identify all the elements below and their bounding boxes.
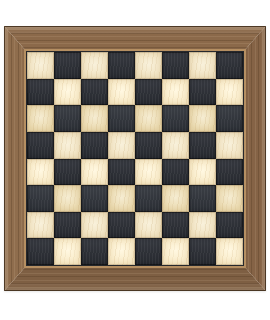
square-h2 — [216, 212, 243, 239]
board-frame-left — [4, 26, 27, 291]
square-b4 — [54, 159, 81, 186]
board-frame-top — [4, 26, 266, 52]
board-frame-bottom — [4, 265, 266, 291]
square-d4 — [108, 159, 135, 186]
square-f1 — [162, 238, 189, 265]
product-photo — [0, 0, 270, 320]
square-c2 — [81, 212, 108, 239]
square-d2 — [108, 212, 135, 239]
square-f2 — [162, 212, 189, 239]
board-squares — [27, 52, 243, 265]
square-h8 — [216, 52, 243, 79]
square-h5 — [216, 132, 243, 159]
square-c3 — [81, 185, 108, 212]
square-c5 — [81, 132, 108, 159]
square-d8 — [108, 52, 135, 79]
square-a5 — [27, 132, 54, 159]
square-e7 — [135, 79, 162, 106]
square-f3 — [162, 185, 189, 212]
square-g6 — [189, 105, 216, 132]
square-e2 — [135, 212, 162, 239]
square-b5 — [54, 132, 81, 159]
square-g1 — [189, 238, 216, 265]
square-b8 — [54, 52, 81, 79]
square-a8 — [27, 52, 54, 79]
square-c8 — [81, 52, 108, 79]
square-c7 — [81, 79, 108, 106]
square-a2 — [27, 212, 54, 239]
square-a6 — [27, 105, 54, 132]
square-a3 — [27, 185, 54, 212]
square-c1 — [81, 238, 108, 265]
square-e4 — [135, 159, 162, 186]
square-f7 — [162, 79, 189, 106]
square-f6 — [162, 105, 189, 132]
square-f8 — [162, 52, 189, 79]
square-d5 — [108, 132, 135, 159]
square-h3 — [216, 185, 243, 212]
square-f4 — [162, 159, 189, 186]
square-d3 — [108, 185, 135, 212]
square-c6 — [81, 105, 108, 132]
square-h4 — [216, 159, 243, 186]
square-g2 — [189, 212, 216, 239]
square-e6 — [135, 105, 162, 132]
square-b3 — [54, 185, 81, 212]
square-d6 — [108, 105, 135, 132]
square-d7 — [108, 79, 135, 106]
square-b7 — [54, 79, 81, 106]
square-a4 — [27, 159, 54, 186]
square-d1 — [108, 238, 135, 265]
square-b1 — [54, 238, 81, 265]
board-frame-right — [243, 26, 266, 291]
square-g7 — [189, 79, 216, 106]
square-b6 — [54, 105, 81, 132]
square-e5 — [135, 132, 162, 159]
chess-board — [4, 26, 266, 291]
square-g4 — [189, 159, 216, 186]
square-h7 — [216, 79, 243, 106]
square-b2 — [54, 212, 81, 239]
square-c4 — [81, 159, 108, 186]
square-g3 — [189, 185, 216, 212]
square-h6 — [216, 105, 243, 132]
square-f5 — [162, 132, 189, 159]
square-h1 — [216, 238, 243, 265]
square-e8 — [135, 52, 162, 79]
square-e1 — [135, 238, 162, 265]
square-e3 — [135, 185, 162, 212]
square-g5 — [189, 132, 216, 159]
square-a1 — [27, 238, 54, 265]
square-a7 — [27, 79, 54, 106]
square-g8 — [189, 52, 216, 79]
